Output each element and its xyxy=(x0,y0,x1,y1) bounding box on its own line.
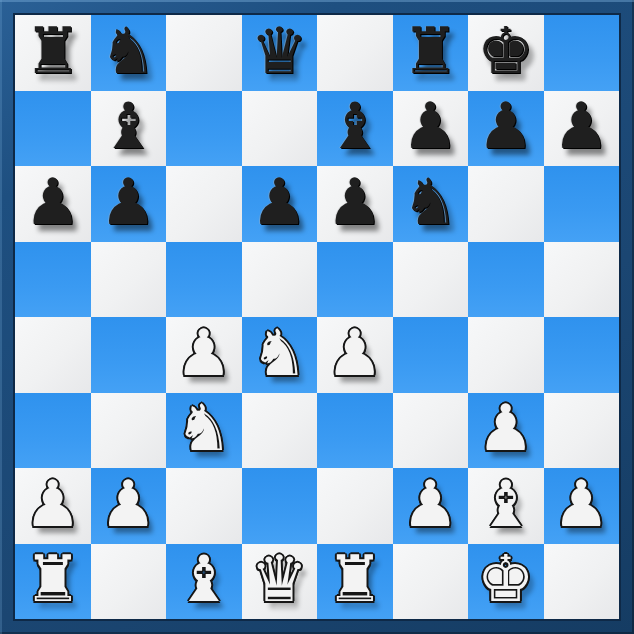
white-pawn[interactable]: ♟ xyxy=(326,321,383,385)
white-king[interactable]: ♚ xyxy=(477,547,534,611)
square-c8[interactable] xyxy=(166,15,242,91)
square-c5[interactable] xyxy=(166,242,242,318)
square-e6[interactable]: ♟ xyxy=(317,166,393,242)
square-a8[interactable]: ♜ xyxy=(15,15,91,91)
black-pawn[interactable]: ♟ xyxy=(251,170,308,234)
white-knight[interactable]: ♞ xyxy=(251,321,308,385)
square-f3[interactable] xyxy=(393,393,469,469)
white-bishop[interactable]: ♝ xyxy=(175,547,232,611)
white-pawn[interactable]: ♟ xyxy=(100,472,157,536)
board-frame: ♜♞♛♜♚♝♝♟♟♟♟♟♟♟♞♟♞♟♞♟♟♟♟♝♟♜♝♛♜♚ xyxy=(0,0,634,634)
square-f8[interactable]: ♜ xyxy=(393,15,469,91)
square-e5[interactable] xyxy=(317,242,393,318)
white-pawn[interactable]: ♟ xyxy=(553,472,610,536)
chess-board: ♜♞♛♜♚♝♝♟♟♟♟♟♟♟♞♟♞♟♞♟♟♟♟♝♟♜♝♛♜♚ xyxy=(13,13,621,621)
black-rook[interactable]: ♜ xyxy=(402,19,459,83)
square-a1[interactable]: ♜ xyxy=(15,544,91,620)
square-h2[interactable]: ♟ xyxy=(544,468,620,544)
square-d1[interactable]: ♛ xyxy=(242,544,318,620)
square-g6[interactable] xyxy=(468,166,544,242)
square-g8[interactable]: ♚ xyxy=(468,15,544,91)
white-bishop[interactable]: ♝ xyxy=(477,472,534,536)
square-b1[interactable] xyxy=(91,544,167,620)
black-bishop[interactable]: ♝ xyxy=(100,94,157,158)
square-e8[interactable] xyxy=(317,15,393,91)
square-d2[interactable] xyxy=(242,468,318,544)
square-b2[interactable]: ♟ xyxy=(91,468,167,544)
square-d4[interactable]: ♞ xyxy=(242,317,318,393)
square-d6[interactable]: ♟ xyxy=(242,166,318,242)
square-c2[interactable] xyxy=(166,468,242,544)
square-c6[interactable] xyxy=(166,166,242,242)
square-b4[interactable] xyxy=(91,317,167,393)
square-b5[interactable] xyxy=(91,242,167,318)
square-d7[interactable] xyxy=(242,91,318,167)
white-pawn[interactable]: ♟ xyxy=(24,472,81,536)
square-g7[interactable]: ♟ xyxy=(468,91,544,167)
square-a6[interactable]: ♟ xyxy=(15,166,91,242)
black-knight[interactable]: ♞ xyxy=(402,170,459,234)
square-f6[interactable]: ♞ xyxy=(393,166,469,242)
square-h6[interactable] xyxy=(544,166,620,242)
square-e4[interactable]: ♟ xyxy=(317,317,393,393)
square-b6[interactable]: ♟ xyxy=(91,166,167,242)
square-e3[interactable] xyxy=(317,393,393,469)
square-f4[interactable] xyxy=(393,317,469,393)
square-f1[interactable] xyxy=(393,544,469,620)
square-c4[interactable]: ♟ xyxy=(166,317,242,393)
square-g4[interactable] xyxy=(468,317,544,393)
square-c7[interactable] xyxy=(166,91,242,167)
square-b3[interactable] xyxy=(91,393,167,469)
square-d5[interactable] xyxy=(242,242,318,318)
black-pawn[interactable]: ♟ xyxy=(553,94,610,158)
black-rook[interactable]: ♜ xyxy=(24,19,81,83)
square-c3[interactable]: ♞ xyxy=(166,393,242,469)
square-h3[interactable] xyxy=(544,393,620,469)
square-f5[interactable] xyxy=(393,242,469,318)
black-knight[interactable]: ♞ xyxy=(100,19,157,83)
square-d3[interactable] xyxy=(242,393,318,469)
square-h5[interactable] xyxy=(544,242,620,318)
black-pawn[interactable]: ♟ xyxy=(402,94,459,158)
black-pawn[interactable]: ♟ xyxy=(24,170,81,234)
square-b8[interactable]: ♞ xyxy=(91,15,167,91)
square-a2[interactable]: ♟ xyxy=(15,468,91,544)
square-h8[interactable] xyxy=(544,15,620,91)
white-knight[interactable]: ♞ xyxy=(175,396,232,460)
black-pawn[interactable]: ♟ xyxy=(326,170,383,234)
white-pawn[interactable]: ♟ xyxy=(175,321,232,385)
square-e1[interactable]: ♜ xyxy=(317,544,393,620)
white-rook[interactable]: ♜ xyxy=(24,547,81,611)
square-e2[interactable] xyxy=(317,468,393,544)
square-a4[interactable] xyxy=(15,317,91,393)
square-g2[interactable]: ♝ xyxy=(468,468,544,544)
square-g1[interactable]: ♚ xyxy=(468,544,544,620)
square-d8[interactable]: ♛ xyxy=(242,15,318,91)
square-g3[interactable]: ♟ xyxy=(468,393,544,469)
black-king[interactable]: ♚ xyxy=(477,19,534,83)
square-a7[interactable] xyxy=(15,91,91,167)
square-f2[interactable]: ♟ xyxy=(393,468,469,544)
square-g5[interactable] xyxy=(468,242,544,318)
square-h1[interactable] xyxy=(544,544,620,620)
square-a3[interactable] xyxy=(15,393,91,469)
white-pawn[interactable]: ♟ xyxy=(402,472,459,536)
white-queen[interactable]: ♛ xyxy=(251,547,308,611)
square-e7[interactable]: ♝ xyxy=(317,91,393,167)
white-pawn[interactable]: ♟ xyxy=(477,396,534,460)
square-c1[interactable]: ♝ xyxy=(166,544,242,620)
black-pawn[interactable]: ♟ xyxy=(100,170,157,234)
square-f7[interactable]: ♟ xyxy=(393,91,469,167)
black-queen[interactable]: ♛ xyxy=(251,19,308,83)
black-bishop[interactable]: ♝ xyxy=(326,94,383,158)
square-b7[interactable]: ♝ xyxy=(91,91,167,167)
square-h7[interactable]: ♟ xyxy=(544,91,620,167)
square-h4[interactable] xyxy=(544,317,620,393)
black-pawn[interactable]: ♟ xyxy=(477,94,534,158)
square-a5[interactable] xyxy=(15,242,91,318)
white-rook[interactable]: ♜ xyxy=(326,547,383,611)
